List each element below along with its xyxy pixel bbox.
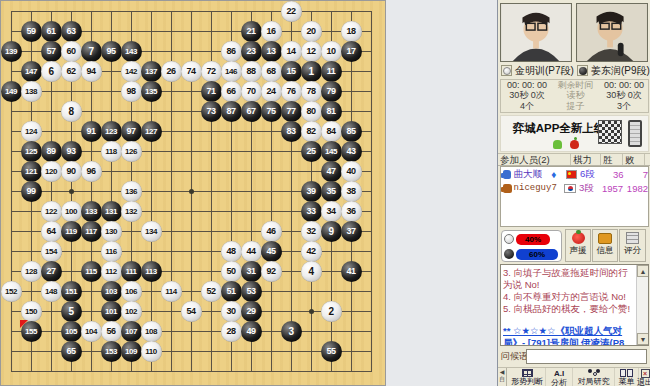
stone-122: 122 xyxy=(41,201,62,222)
exit-button[interactable]: × 退出 xyxy=(639,368,650,386)
stone-121: 121 xyxy=(21,161,42,182)
stone-90: 90 xyxy=(61,161,82,182)
stone-72: 72 xyxy=(201,61,222,82)
stone-137: 137 xyxy=(141,61,162,82)
stone-84: 84 xyxy=(321,121,342,142)
player1-captures: 4个 xyxy=(501,100,553,113)
stone-15: 15 xyxy=(281,61,302,82)
stone-38: 38 xyxy=(341,181,362,202)
collapse-button[interactable]: ◀ 自 xyxy=(498,368,507,386)
stone-66: 66 xyxy=(221,81,242,102)
stone-63: 63 xyxy=(61,21,82,42)
stone-5: 5 xyxy=(61,301,82,322)
books-icon xyxy=(620,369,633,377)
analysis-button[interactable]: A.I 分析 xyxy=(546,368,573,386)
stones-icon xyxy=(588,369,600,377)
stone-48: 48 xyxy=(221,241,242,262)
stone-56: 56 xyxy=(101,321,122,342)
stone-67: 67 xyxy=(241,101,262,122)
white-stone-icon xyxy=(501,65,512,76)
stone-123: 123 xyxy=(101,121,122,142)
stone-28: 28 xyxy=(221,321,242,342)
black-vote-bar: 60% xyxy=(516,249,558,260)
player2-photo xyxy=(576,3,648,62)
stone-7: 7 xyxy=(81,41,102,62)
info-button[interactable]: 信息 xyxy=(592,229,618,262)
player1-name: 金明训(P7段) xyxy=(515,64,574,78)
ai-icon: A.I xyxy=(554,369,564,378)
stone-70: 70 xyxy=(241,81,262,102)
stone-1: 1 xyxy=(301,61,322,82)
stone-82: 82 xyxy=(301,121,322,142)
stone-74: 74 xyxy=(181,61,202,82)
qr-code-icon xyxy=(598,120,622,144)
stone-93: 93 xyxy=(61,141,82,162)
grid-line xyxy=(371,11,372,372)
stone-75: 75 xyxy=(261,101,282,122)
participants-list[interactable]: 曲大顺 ♦ 6段 36 7 niceguy7 3段 1957 1982 xyxy=(500,166,649,227)
stone-37: 37 xyxy=(341,221,362,242)
stone-20: 20 xyxy=(301,21,322,42)
stone-120: 120 xyxy=(41,161,62,182)
stone-152: 152 xyxy=(1,281,22,302)
stone-85: 85 xyxy=(341,121,362,142)
stone-103: 103 xyxy=(101,281,122,302)
briefcase-icon xyxy=(598,233,612,244)
losses-col-header: 败 xyxy=(623,154,645,165)
stone-107: 107 xyxy=(121,321,142,342)
stone-21: 21 xyxy=(241,21,262,42)
participant-row[interactable]: 曲大顺 ♦ 6段 36 7 xyxy=(501,167,648,181)
stone-3: 3 xyxy=(281,321,302,342)
stone-148: 148 xyxy=(41,281,62,302)
stone-80: 80 xyxy=(301,101,322,122)
stone-34: 34 xyxy=(321,201,342,222)
white-vote-stone-icon xyxy=(504,234,514,244)
stone-95: 95 xyxy=(101,41,122,62)
cheer-button[interactable]: 声援 xyxy=(565,229,591,262)
stone-33: 33 xyxy=(301,201,322,222)
bottom-toolbar: ◀ 自 形势判断 A.I 分析 对局研究 菜单 × 退出 xyxy=(498,367,650,386)
scroll-up-button[interactable]: ▲ xyxy=(637,265,649,277)
strength-col-header: 棋力 xyxy=(571,154,601,165)
stone-77: 77 xyxy=(281,101,302,122)
stone-57: 57 xyxy=(41,41,62,62)
android-icon xyxy=(553,140,562,149)
tomato-icon xyxy=(572,232,585,244)
participant-wins: 1957 xyxy=(598,183,623,194)
stone-12: 12 xyxy=(301,41,322,62)
participant-losses: 7 xyxy=(623,169,648,180)
stone-76: 76 xyxy=(281,81,302,102)
stone-98: 98 xyxy=(121,81,142,102)
stone-127: 127 xyxy=(141,121,162,142)
menu-button[interactable]: 菜单 xyxy=(615,368,639,386)
stone-30: 30 xyxy=(221,301,242,322)
grid-icon xyxy=(522,369,533,377)
stone-44: 44 xyxy=(241,241,262,262)
stone-153: 153 xyxy=(101,341,122,362)
white-vote-bar: 40% xyxy=(516,234,550,245)
last-move-marker xyxy=(20,320,28,328)
stone-54: 54 xyxy=(181,301,202,322)
stone-71: 71 xyxy=(201,81,222,102)
stone-91: 91 xyxy=(81,121,102,142)
stone-27: 27 xyxy=(41,261,62,282)
stone-36: 36 xyxy=(341,201,362,222)
grid-line xyxy=(11,371,372,372)
stone-46: 46 xyxy=(261,221,282,242)
greeting-label: 问候语 xyxy=(500,350,526,363)
stone-41: 41 xyxy=(341,261,362,282)
stone-16: 16 xyxy=(261,21,282,42)
stone-51: 51 xyxy=(221,281,242,302)
stone-64: 64 xyxy=(41,221,62,242)
scorecard-icon xyxy=(626,232,639,244)
stone-99: 99 xyxy=(21,181,42,202)
stone-32: 32 xyxy=(301,221,322,242)
phone-icon xyxy=(628,120,642,147)
captures-label: 提子 xyxy=(553,100,598,113)
chat-scrollbar[interactable]: ▲ ▼ xyxy=(636,265,648,345)
stone-86: 86 xyxy=(221,41,242,62)
participant-row[interactable]: niceguy7 3段 1957 1982 xyxy=(501,181,648,195)
stone-83: 83 xyxy=(281,121,302,142)
stone-139: 139 xyxy=(1,41,22,62)
stone-108: 108 xyxy=(141,321,162,342)
stone-8: 8 xyxy=(61,101,82,122)
stone-23: 23 xyxy=(241,41,262,62)
position-judge-button[interactable]: 形势判断 xyxy=(509,368,546,386)
stone-25: 25 xyxy=(301,141,322,162)
stone-138: 138 xyxy=(21,81,42,102)
greeting-row: 问候语 xyxy=(500,348,649,365)
stone-52: 52 xyxy=(201,281,222,302)
stone-130: 130 xyxy=(101,221,122,242)
stone-45: 45 xyxy=(261,241,282,262)
stone-133: 133 xyxy=(81,201,102,222)
stone-134: 134 xyxy=(141,221,162,242)
rate-button[interactable]: 评分 xyxy=(619,229,646,262)
stone-109: 109 xyxy=(121,341,142,362)
stone-18: 18 xyxy=(341,21,362,42)
stone-26: 26 xyxy=(161,61,182,82)
stone-53: 53 xyxy=(241,281,262,302)
apple-icon xyxy=(570,140,579,149)
participant-wins: 36 xyxy=(599,169,624,180)
stone-112: 112 xyxy=(101,261,122,282)
chat-rule-line: 4. 向不尊重对方的言语说 No! xyxy=(503,291,635,303)
stone-78: 78 xyxy=(301,81,322,102)
star-point xyxy=(309,309,314,314)
thumb-icon xyxy=(503,184,512,193)
stone-110: 110 xyxy=(141,341,162,362)
stone-43: 43 xyxy=(341,141,362,162)
stone-73: 73 xyxy=(201,101,222,122)
stone-94: 94 xyxy=(81,61,102,82)
banner-title: 弈城APP全新上线 xyxy=(507,121,611,136)
player2-name-row: 姜东润(P9段) xyxy=(577,64,650,77)
stone-4: 4 xyxy=(301,261,322,282)
black-stone-icon xyxy=(577,65,588,76)
stone-92: 92 xyxy=(261,261,282,282)
stone-88: 88 xyxy=(241,61,262,82)
stone-97: 97 xyxy=(121,121,142,142)
stone-119: 119 xyxy=(61,221,82,242)
chat-rule-line: 5. 向棋品好的棋友，要给个赞! xyxy=(503,303,635,315)
stone-154: 154 xyxy=(41,241,62,262)
stone-9: 9 xyxy=(321,221,342,242)
stone-24: 24 xyxy=(261,81,282,102)
participant-rank: 6段 xyxy=(580,168,599,181)
stone-105: 105 xyxy=(61,321,82,342)
app-window: 2259616321162018139576079514386231314121… xyxy=(0,0,650,386)
stone-55: 55 xyxy=(321,341,342,362)
chat-rule-line: 3. 向填子与故意拖延时间的行为说 No! xyxy=(503,267,635,291)
china-flag-icon xyxy=(566,170,577,179)
stone-135: 135 xyxy=(141,81,162,102)
stone-62: 62 xyxy=(61,61,82,82)
stone-47: 47 xyxy=(321,161,342,182)
stone-151: 151 xyxy=(61,281,82,302)
stone-79: 79 xyxy=(321,81,342,102)
participant-losses: 1982 xyxy=(623,183,648,194)
stone-147: 147 xyxy=(21,61,42,82)
go-board[interactable]: 2259616321162018139576079514386231314121… xyxy=(0,0,386,386)
stone-106: 106 xyxy=(121,281,142,302)
stone-136: 136 xyxy=(121,181,142,202)
stone-100: 100 xyxy=(61,201,82,222)
stone-17: 17 xyxy=(341,41,362,62)
stone-101: 101 xyxy=(101,301,122,322)
participant-rank: 3段 xyxy=(579,182,598,195)
stone-65: 65 xyxy=(61,341,82,362)
game-sidebar: 金明训(P7段) 姜东润(P9段) 00: 00: 00 剩余时间 00: 00… xyxy=(497,0,650,386)
stone-60: 60 xyxy=(61,41,82,62)
stone-128: 128 xyxy=(21,261,42,282)
stone-117: 117 xyxy=(81,221,102,242)
stone-145: 145 xyxy=(321,141,342,162)
stone-39: 39 xyxy=(301,181,322,202)
chat-announcement: ** ☆★☆★☆《职业超人气对局》- [791]号房间 伊凌涛(P8段) vs … xyxy=(503,325,635,346)
stone-96: 96 xyxy=(81,161,102,182)
stone-149: 149 xyxy=(1,81,22,102)
stone-116: 116 xyxy=(101,241,122,262)
stone-142: 142 xyxy=(121,61,142,82)
black-vote-stone-icon xyxy=(504,249,514,259)
stone-31: 31 xyxy=(241,261,262,282)
stone-113: 113 xyxy=(141,261,162,282)
stone-118: 118 xyxy=(101,141,122,162)
stone-89: 89 xyxy=(41,141,62,162)
player2-name: 姜东润(P9段) xyxy=(591,64,650,78)
stone-49: 49 xyxy=(241,321,262,342)
stone-29: 29 xyxy=(241,301,262,322)
stone-102: 102 xyxy=(121,301,142,322)
exit-icon: × xyxy=(641,369,650,378)
members-col-header: 参加人员(2) xyxy=(498,154,571,165)
stone-81: 81 xyxy=(321,101,342,122)
star-point xyxy=(189,189,194,194)
wins-col-header: 胜 xyxy=(601,154,623,165)
stone-6: 6 xyxy=(41,61,62,82)
stone-42: 42 xyxy=(301,241,322,262)
player2-captures: 3个 xyxy=(598,100,650,113)
stone-104: 104 xyxy=(81,321,102,342)
stone-22: 22 xyxy=(281,1,302,22)
stone-146: 146 xyxy=(221,61,242,82)
stone-14: 14 xyxy=(281,41,302,62)
participants-header: 参加人员(2) 棋力 胜 败 xyxy=(498,153,650,166)
stone-40: 40 xyxy=(341,161,362,182)
stone-87: 87 xyxy=(221,101,242,122)
stone-11: 11 xyxy=(321,61,342,82)
thumb-icon xyxy=(503,170,511,179)
stone-13: 13 xyxy=(261,41,282,62)
game-research-button[interactable]: 对局研究 xyxy=(573,368,615,386)
diamond-icon: ♦ xyxy=(551,169,562,180)
app-banner[interactable]: 弈城APP全新上线 xyxy=(500,115,649,152)
stone-2: 2 xyxy=(321,301,342,322)
participant-name: niceguy7 xyxy=(514,183,562,193)
stone-50: 50 xyxy=(221,261,242,282)
stone-10: 10 xyxy=(321,41,342,62)
stone-59: 59 xyxy=(21,21,42,42)
support-vote-panel: 40% 60% xyxy=(501,230,562,262)
scroll-down-button[interactable]: ▼ xyxy=(637,333,649,345)
stone-111: 111 xyxy=(121,261,142,282)
player1-photo xyxy=(500,3,572,62)
stone-114: 114 xyxy=(161,281,182,302)
chat-panel[interactable]: 3. 向填子与故意拖延时间的行为说 No! 4. 向不尊重对方的言语说 No! … xyxy=(500,264,649,346)
stone-125: 125 xyxy=(21,141,42,162)
greeting-input[interactable] xyxy=(526,349,647,364)
stone-68: 68 xyxy=(261,61,282,82)
stone-61: 61 xyxy=(41,21,62,42)
korea-flag-icon xyxy=(564,184,576,193)
star-point xyxy=(69,189,74,194)
stone-124: 124 xyxy=(21,121,42,142)
player1-name-row: 金明训(P7段) xyxy=(501,64,574,77)
stone-143: 143 xyxy=(121,41,142,62)
clock-panel: 00: 00: 00 剩余时间 00: 00: 00 30秒 0次 读秒 30秒… xyxy=(500,79,649,113)
stone-150: 150 xyxy=(21,301,42,322)
stone-115: 115 xyxy=(81,261,102,282)
stone-35: 35 xyxy=(321,181,342,202)
participant-name: 曲大顺 xyxy=(513,168,549,181)
stone-131: 131 xyxy=(101,201,122,222)
stone-126: 126 xyxy=(121,141,142,162)
stone-132: 132 xyxy=(121,201,142,222)
